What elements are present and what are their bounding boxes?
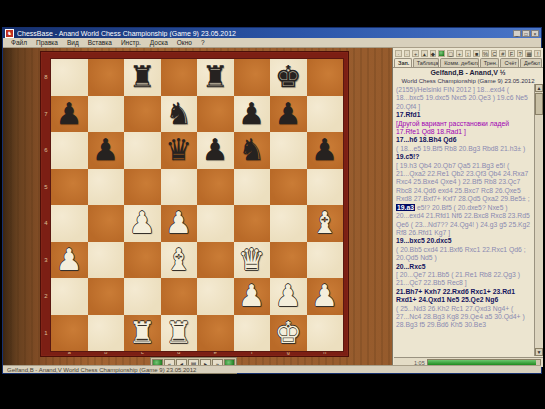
black-rook-e8: ♜ bbox=[202, 59, 229, 96]
black-pawn-g7: ♟ bbox=[275, 96, 302, 133]
square-d6[interactable]: ♛ bbox=[161, 132, 198, 169]
menu-item-вид[interactable]: Вид bbox=[63, 39, 83, 46]
black-knight-f6: ♞ bbox=[238, 132, 265, 169]
tab-2[interactable]: Таблица bbox=[413, 58, 439, 67]
chess-application-window: ♞ ChessBase - Anand World Chess Champion… bbox=[2, 27, 542, 374]
black-pawn-f7: ♟ bbox=[238, 96, 265, 133]
square-c7[interactable] bbox=[124, 96, 161, 133]
square-a6[interactable] bbox=[51, 132, 88, 169]
rank-label-5: 5 bbox=[41, 169, 51, 206]
scroll-thumb[interactable] bbox=[535, 93, 543, 115]
square-d5[interactable] bbox=[161, 169, 198, 206]
game-header: Gelfand,B - Anand,V ½ bbox=[393, 68, 543, 77]
notation-segment[interactable]: 19...bxc5 20.dxc5 bbox=[396, 237, 452, 244]
add-variation-icon[interactable]: + bbox=[456, 50, 463, 57]
square-h6[interactable]: ♟ bbox=[307, 132, 344, 169]
square-h4[interactable]: ♝ bbox=[307, 205, 344, 242]
record-icon[interactable]: ● bbox=[438, 50, 445, 57]
selected-move[interactable]: 19.a3 bbox=[396, 204, 415, 211]
notation-scrollbar[interactable]: ▲ ▼ bbox=[534, 84, 543, 356]
white-bishop-h4: ♝ bbox=[311, 205, 338, 242]
square-g7[interactable]: ♟ bbox=[270, 96, 307, 133]
scroll-up-icon[interactable]: ▲ bbox=[535, 84, 543, 92]
square-c6[interactable] bbox=[124, 132, 161, 169]
square-h7[interactable] bbox=[307, 96, 344, 133]
square-d2[interactable] bbox=[161, 278, 198, 315]
notation-segment[interactable]: 17...h6 18.Bh4 Qd6 bbox=[396, 136, 456, 143]
square-c8[interactable]: ♜ bbox=[124, 59, 161, 96]
square-f2[interactable]: ♟ bbox=[234, 278, 271, 315]
rank-label-7: 7 bbox=[41, 96, 51, 133]
white-king-g1: ♚ bbox=[275, 315, 302, 352]
square-h5[interactable] bbox=[307, 169, 344, 206]
panel-toolbar: ··+▴◆●▢+↕■%C#F?▦! bbox=[393, 48, 543, 58]
square-g8[interactable]: ♚ bbox=[270, 59, 307, 96]
swap-icon[interactable]: ↕ bbox=[465, 50, 472, 57]
square-a7[interactable]: ♟ bbox=[51, 96, 88, 133]
square-b5[interactable] bbox=[88, 169, 125, 206]
square-a2[interactable] bbox=[51, 278, 88, 315]
maximize-button[interactable]: □ bbox=[522, 30, 530, 37]
new-board-icon[interactable]: ▢ bbox=[447, 50, 454, 57]
rank-label-3: 3 bbox=[41, 242, 51, 279]
square-e4[interactable] bbox=[197, 205, 234, 242]
white-pawn-f2: ♟ bbox=[238, 278, 265, 315]
warn-icon[interactable]: ! bbox=[534, 50, 541, 57]
square-g3[interactable] bbox=[270, 242, 307, 279]
percent-icon[interactable]: % bbox=[482, 50, 489, 57]
white-pawn-c4: ♟ bbox=[129, 205, 156, 242]
status-bar: Gelfand,B - Anand,V World Chess Champion… bbox=[3, 365, 541, 373]
square-g5[interactable] bbox=[270, 169, 307, 206]
square-c2[interactable] bbox=[124, 278, 161, 315]
plus-icon[interactable]: + bbox=[412, 50, 419, 57]
notation-segment[interactable]: 17.Rfd1 bbox=[396, 111, 421, 118]
square-f6[interactable]: ♞ bbox=[234, 132, 271, 169]
square-b7[interactable] bbox=[88, 96, 125, 133]
notation-panel: ··+▴◆●▢+↕■%C#F?▦! Зап.ТаблицаКомм. дебют… bbox=[392, 48, 543, 367]
diamond-icon[interactable]: ◆ bbox=[430, 50, 437, 57]
rank-label-1: 1 bbox=[41, 315, 51, 352]
square-c4[interactable]: ♟ bbox=[124, 205, 161, 242]
square-f3[interactable]: ♛ bbox=[234, 242, 271, 279]
white-rook-d1: ♜ bbox=[165, 315, 192, 352]
square-h8[interactable] bbox=[307, 59, 344, 96]
close-button[interactable]: × bbox=[531, 30, 539, 37]
block-icon[interactable]: ■ bbox=[473, 50, 480, 57]
dot-icon[interactable]: · bbox=[395, 50, 402, 57]
tab-1[interactable]: Зап. bbox=[394, 58, 412, 67]
square-g6[interactable] bbox=[270, 132, 307, 169]
app-icon: ♞ bbox=[5, 29, 14, 38]
board-frame: 87654321 abcdefgh ♜♜♚♟♞♟♟♟♛♟♞♟♟♟♝♟♝♛♟♟♟♜… bbox=[40, 51, 349, 357]
square-g1[interactable]: ♚ bbox=[270, 315, 307, 352]
square-g4[interactable] bbox=[270, 205, 307, 242]
window-title: ChessBase - Anand World Chess Championsh… bbox=[17, 30, 510, 37]
hash-icon[interactable]: # bbox=[499, 50, 506, 57]
minimize-button[interactable]: _ bbox=[513, 30, 521, 37]
white-pawn-d4: ♟ bbox=[165, 205, 192, 242]
square-f7[interactable]: ♟ bbox=[234, 96, 271, 133]
notation-segment[interactable]: 19.c5!? bbox=[396, 153, 419, 160]
rank-label-2: 2 bbox=[41, 278, 51, 315]
square-e8[interactable]: ♜ bbox=[197, 59, 234, 96]
letter-f-icon[interactable]: F bbox=[508, 50, 515, 57]
square-f4[interactable] bbox=[234, 205, 271, 242]
notation-segment[interactable]: [Другой вариант расстановки ладей 17.Rfe… bbox=[396, 120, 509, 135]
square-f5[interactable] bbox=[234, 169, 271, 206]
square-b3[interactable] bbox=[88, 242, 125, 279]
square-a5[interactable] bbox=[51, 169, 88, 206]
notation-segment[interactable]: ( 20.Bb5 cxd4 21.Bxf6 Rxc1 22.Rxc1 Qd6 ;… bbox=[396, 246, 526, 261]
black-pawn-h6: ♟ bbox=[311, 132, 338, 169]
rank-label-8: 8 bbox=[41, 59, 51, 96]
square-a4[interactable] bbox=[51, 205, 88, 242]
square-e2[interactable] bbox=[197, 278, 234, 315]
square-b8[interactable] bbox=[88, 59, 125, 96]
menu-bar: ФайлПравкаВидВставкаИнстр.ДоскаОкно? bbox=[3, 38, 541, 48]
square-e5[interactable] bbox=[197, 169, 234, 206]
black-king-g8: ♚ bbox=[275, 59, 302, 96]
menu-item-правка[interactable]: Правка bbox=[32, 39, 62, 46]
square-e1[interactable] bbox=[197, 315, 234, 352]
notation-segment[interactable]: 20...Rxc5 bbox=[396, 263, 425, 270]
square-h2[interactable]: ♟ bbox=[307, 278, 344, 315]
square-f1[interactable] bbox=[234, 315, 271, 352]
square-c3[interactable] bbox=[124, 242, 161, 279]
rank-label-4: 4 bbox=[41, 205, 51, 242]
notation-segment[interactable]: ( 25...Nd3 26.Kh2 Rc1 27.Qxd3 Ng4+ ( 27.… bbox=[396, 305, 525, 329]
square-c1[interactable]: ♜ bbox=[124, 315, 161, 352]
video-frame: ♞ ChessBase - Anand World Chess Champion… bbox=[0, 0, 545, 409]
square-d8[interactable] bbox=[161, 59, 198, 96]
square-a8[interactable] bbox=[51, 59, 88, 96]
notation-segment[interactable]: [ 20...Qe7 21.Bb5 ( 21.Re1 Rb8 22.Qg3 ) … bbox=[396, 271, 520, 286]
black-pawn-b6: ♟ bbox=[92, 132, 119, 169]
white-rook-c1: ♜ bbox=[129, 315, 156, 352]
white-pawn-g2: ♟ bbox=[275, 278, 302, 315]
square-a3[interactable]: ♟ bbox=[51, 242, 88, 279]
square-h3[interactable] bbox=[307, 242, 344, 279]
notation-segment[interactable]: e5!? 20.Bf5 ( 20.dxe5? Nxe5 ) 20...exd4 … bbox=[396, 204, 530, 236]
caret-icon[interactable]: ▴ bbox=[421, 50, 428, 57]
white-pawn-h2: ♟ bbox=[311, 278, 338, 315]
title-bar[interactable]: ♞ ChessBase - Anand World Chess Champion… bbox=[3, 28, 541, 38]
menu-item-файл[interactable]: Файл bbox=[7, 39, 31, 46]
square-a1[interactable] bbox=[51, 315, 88, 352]
rank-labels: 87654321 bbox=[41, 59, 51, 351]
square-b2[interactable] bbox=[88, 278, 125, 315]
notation-segment[interactable]: ( 18...e5 19.Bf5 Rb8 20.Bg3 Rbd8 21.h3± … bbox=[396, 145, 525, 152]
black-knight-d7: ♞ bbox=[165, 96, 192, 133]
black-rook-c8: ♜ bbox=[129, 59, 156, 96]
white-bishop-d3: ♝ bbox=[165, 242, 192, 279]
square-d3[interactable]: ♝ bbox=[161, 242, 198, 279]
notation-segment[interactable]: 21.Bh7+ Kxh7 22.Rxd6 Rxc1+ 23.Rd1 Rxd1+ … bbox=[396, 288, 515, 303]
square-e6[interactable]: ♟ bbox=[197, 132, 234, 169]
scroll-down-icon[interactable]: ▼ bbox=[535, 348, 543, 356]
black-queen-d6: ♛ bbox=[165, 132, 192, 169]
menu-item-доска[interactable]: Доска bbox=[146, 39, 172, 46]
letter-c-icon[interactable]: C bbox=[491, 50, 498, 57]
menu-item-[interactable]: ? bbox=[197, 39, 209, 46]
square-h1[interactable] bbox=[307, 315, 344, 352]
dot-icon[interactable]: · bbox=[404, 50, 411, 57]
grid-icon[interactable]: ▦ bbox=[525, 50, 532, 57]
help-icon[interactable]: ? bbox=[517, 50, 524, 57]
tab-5[interactable]: Счёт bbox=[500, 58, 519, 67]
rank-label-6: 6 bbox=[41, 132, 51, 169]
board[interactable]: ♜♜♚♟♞♟♟♟♛♟♞♟♟♟♝♟♝♛♟♟♟♜♜♚ bbox=[51, 59, 343, 351]
menu-item-вставка[interactable]: Вставка bbox=[84, 39, 116, 46]
tab-3[interactable]: Комм. дебюта bbox=[440, 58, 479, 67]
white-pawn-a3: ♟ bbox=[56, 242, 83, 279]
square-g2[interactable]: ♟ bbox=[270, 278, 307, 315]
black-pawn-e6: ♟ bbox=[202, 132, 229, 169]
panel-tabs: Зап.ТаблицаКомм. дебютаТрен.СчётДебют bbox=[393, 58, 543, 68]
square-d1[interactable]: ♜ bbox=[161, 315, 198, 352]
square-f8[interactable] bbox=[234, 59, 271, 96]
square-b4[interactable] bbox=[88, 205, 125, 242]
notation-segment[interactable]: (2155)/Helsinki FIN 2012 ] 18...exd4 ( 1… bbox=[396, 86, 528, 110]
square-c5[interactable] bbox=[124, 169, 161, 206]
window-buttons: _□× bbox=[513, 30, 539, 37]
notation-text[interactable]: (2155)/Helsinki FIN 2012 ] 18...exd4 ( 1… bbox=[394, 84, 533, 356]
square-e7[interactable] bbox=[197, 96, 234, 133]
square-b1[interactable] bbox=[88, 315, 125, 352]
square-e3[interactable] bbox=[197, 242, 234, 279]
square-d4[interactable]: ♟ bbox=[161, 205, 198, 242]
client-area: 87654321 abcdefgh ♜♜♚♟♞♟♟♟♛♟♞♟♟♟♝♟♝♛♟♟♟♜… bbox=[3, 48, 541, 367]
menu-item-инстр[interactable]: Инстр. bbox=[117, 39, 145, 46]
white-queen-f3: ♛ bbox=[238, 242, 265, 279]
square-b6[interactable]: ♟ bbox=[88, 132, 125, 169]
notation-segment[interactable]: [ 19.h3 Qb4 20.Qb7 Qa5 21.Bg3 e5! ( 21..… bbox=[396, 162, 530, 203]
tab-4[interactable]: Трен. bbox=[480, 58, 500, 67]
tab-6[interactable]: Дебют bbox=[520, 58, 542, 67]
square-d7[interactable]: ♞ bbox=[161, 96, 198, 133]
menu-item-окно[interactable]: Окно bbox=[173, 39, 196, 46]
black-pawn-a7: ♟ bbox=[56, 96, 83, 133]
